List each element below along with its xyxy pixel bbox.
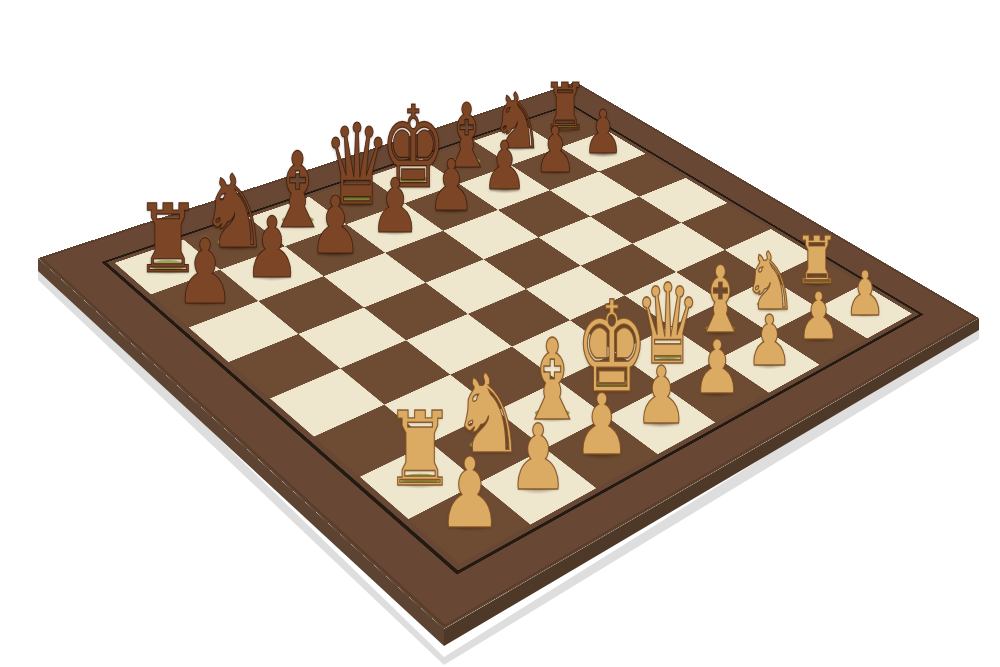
chess-set-photo: ♜♞♝♛♚♝♞♜♟♟♟♟♟♟♟♟♜♞♝♚♛♝♞♜♟♟♟♟♟♟♟♟ [0, 0, 1000, 667]
board-grid [115, 108, 912, 563]
chess-board [38, 82, 979, 629]
